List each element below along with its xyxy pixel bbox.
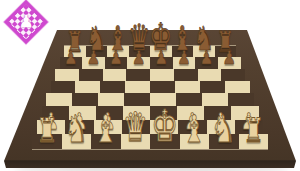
square-d7: ♟ [127,57,150,69]
square-b2: ♟ [65,120,93,134]
square-g1: ♞ [209,134,239,149]
square-c5 [100,81,125,94]
square-b3 [69,106,96,120]
square-d2: ♟ [122,120,150,134]
square-f3 [177,106,204,120]
square-a2: ♟ [37,120,65,134]
square-e2: ♟ [150,120,178,134]
square-e5 [150,81,175,94]
square-f2: ♟ [178,120,206,134]
square-b1: ♞ [62,134,92,149]
square-e3 [150,106,177,120]
square-f6 [174,69,198,81]
chess-board: ♜♞♝♛♚♝♞♜♟♟♟♟♟♟♟♟♟♟♟♟♟♟♟♟♜♞♝♛♚♝♞♜ [0,0,300,171]
square-a1: ♜ [32,134,62,149]
square-g7: ♟ [195,57,218,69]
square-a5 [51,81,76,94]
square-b4 [72,93,98,106]
square-c3 [96,106,123,120]
board-rank-7: ♟♟♟♟♟♟♟♟ [60,57,241,69]
square-c8: ♝ [107,46,129,57]
square-b5 [75,81,100,94]
square-h2: ♟ [235,120,263,134]
square-c4 [98,93,124,106]
board-rank-5 [51,81,250,94]
square-h3 [231,106,258,120]
square-f1: ♝ [180,134,210,149]
square-d6 [126,69,150,81]
square-d8: ♛ [129,46,151,57]
board-rank-1: ♜♞♝♛♚♝♞♜ [32,134,268,150]
square-d1: ♛ [121,134,151,149]
board-rank-6 [55,69,245,81]
square-d4 [124,93,150,106]
square-h1: ♜ [239,134,269,149]
square-c6 [103,69,127,81]
square-e4 [150,93,176,106]
square-h6 [221,69,245,81]
square-a8: ♜ [64,46,86,57]
square-e8: ♚ [150,46,172,57]
board-squares: ♜♞♝♛♚♝♞♜♟♟♟♟♟♟♟♟♟♟♟♟♟♟♟♟♜♞♝♛♚♝♞♜ [0,45,300,150]
square-f8: ♝ [172,46,194,57]
square-d3 [123,106,150,120]
square-c1: ♝ [91,134,121,149]
square-f5 [175,81,200,94]
square-h5 [225,81,250,94]
board-rank-4 [46,93,254,106]
board-rank-3 [42,106,259,120]
square-c2: ♟ [94,120,122,134]
square-e7: ♟ [150,57,173,69]
square-e6 [150,69,174,81]
square-c7: ♟ [105,57,128,69]
square-g8: ♞ [193,46,215,57]
square-d5 [125,81,150,94]
square-g5 [200,81,225,94]
board-rank-2: ♟♟♟♟♟♟♟♟ [37,120,263,134]
board-rank-8: ♜♞♝♛♚♝♞♜ [64,45,236,57]
square-g2: ♟ [207,120,235,134]
square-g3 [204,106,231,120]
square-a4 [46,93,72,106]
square-g4 [202,93,228,106]
square-h8: ♜ [215,46,237,57]
square-a6 [55,69,79,81]
square-a7: ♟ [60,57,83,69]
product-photo: ♟ ♜♞♝♛♚♝♞♜♟♟♟♟♟♟♟♟♟♟♟♟♟♟♟♟♜♞♝♛♚♝♞♜ [0,0,300,171]
square-h7: ♟ [218,57,241,69]
square-f4 [176,93,202,106]
square-a3 [42,106,69,120]
square-b8: ♞ [86,46,108,57]
square-e1: ♚ [150,134,180,149]
square-h4 [228,93,254,106]
square-g6 [198,69,222,81]
square-b6 [79,69,103,81]
square-b7: ♟ [82,57,105,69]
square-f7: ♟ [173,57,196,69]
